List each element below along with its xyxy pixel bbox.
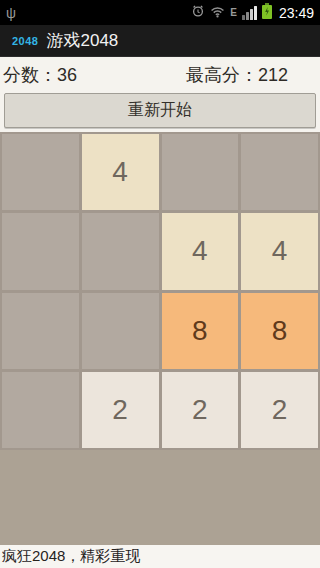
tile-8-r3c4: 8 <box>241 293 318 369</box>
app-title: 游戏2048 <box>46 29 118 52</box>
ad-banner[interactable]: 疯狂2048，精彩重现 <box>0 545 320 568</box>
network-type-label: E <box>230 8 237 18</box>
phone-screen: ψ E <box>0 0 320 568</box>
alarm-icon <box>191 4 205 22</box>
wifi-icon <box>210 4 225 22</box>
empty-cell-r3c1 <box>2 293 79 369</box>
tile-2-r4c3: 2 <box>162 372 239 448</box>
empty-cell-r2c2 <box>82 213 159 289</box>
usb-icon: ψ <box>6 6 16 20</box>
best-score-value: 212 <box>258 65 288 85</box>
game-board[interactable]: 44488222 <box>0 132 320 450</box>
board-lower-margin <box>0 450 320 545</box>
status-bar: ψ E <box>0 0 320 25</box>
battery-icon <box>262 3 272 23</box>
empty-cell-r1c4 <box>241 134 318 210</box>
empty-cell-r1c1 <box>2 134 79 210</box>
tile-4-r2c4: 4 <box>241 213 318 289</box>
app-bar: 2048 游戏2048 <box>0 25 320 57</box>
signal-icon <box>242 6 257 20</box>
empty-cell-r4c1 <box>2 372 79 448</box>
tile-4-r1c2: 4 <box>82 134 159 210</box>
empty-cell-r3c2 <box>82 293 159 369</box>
clock-text: 23:49 <box>279 6 314 20</box>
empty-cell-r1c3 <box>162 134 239 210</box>
tile-4-r2c3: 4 <box>162 213 239 289</box>
tile-2-r4c2: 2 <box>82 372 159 448</box>
score-display: 分数：36 <box>3 63 77 87</box>
restart-button[interactable]: 重新开始 <box>4 93 316 128</box>
score-bar: 分数：36 最高分：212 <box>0 57 320 92</box>
app-icon-badge: 2048 <box>12 35 38 47</box>
empty-cell-r2c1 <box>2 213 79 289</box>
tile-2-r4c4: 2 <box>241 372 318 448</box>
score-value: 36 <box>57 65 77 85</box>
best-score-display: 最高分：212 <box>186 63 288 87</box>
button-row: 重新开始 <box>0 92 320 132</box>
tile-8-r3c3: 8 <box>162 293 239 369</box>
